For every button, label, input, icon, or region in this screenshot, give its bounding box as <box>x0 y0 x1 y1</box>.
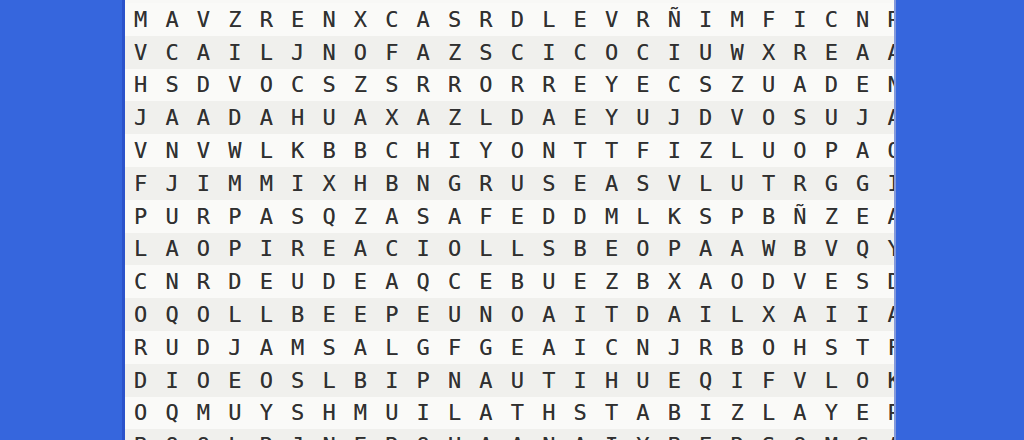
grid-cell-r6c21[interactable]: T <box>753 167 784 200</box>
grid-cell-r4c5[interactable]: A <box>251 101 282 134</box>
grid-cell-r7c4[interactable]: P <box>219 200 250 233</box>
grid-cell-r8c16[interactable]: E <box>596 233 627 266</box>
grid-cell-r5c8[interactable]: B <box>345 134 376 167</box>
grid-cell-r11c3[interactable]: D <box>188 331 219 364</box>
grid-cell-r5c16[interactable]: T <box>596 134 627 167</box>
grid-cell-r12c14[interactable]: T <box>533 364 564 397</box>
grid-cell-r7c11[interactable]: A <box>439 200 470 233</box>
grid-cell-r6c18[interactable]: V <box>659 167 690 200</box>
grid-cell-r10c6[interactable]: B <box>282 298 313 331</box>
grid-cell-r4c2[interactable]: A <box>156 101 187 134</box>
grid-cell-r6c19[interactable]: L <box>690 167 721 200</box>
grid-cell-r4c25[interactable]: A <box>878 101 896 134</box>
grid-cell-r2c16[interactable]: O <box>596 36 627 69</box>
grid-cell-r2c17[interactable]: C <box>627 36 658 69</box>
grid-cell-r10c1[interactable]: O <box>125 298 156 331</box>
grid-cell-r13c15[interactable]: S <box>564 397 595 430</box>
grid-cell-r1c16[interactable]: V <box>596 3 627 36</box>
grid-cell-r14c23[interactable]: M <box>816 429 847 440</box>
grid-cell-r4c23[interactable]: U <box>816 101 847 134</box>
grid-cell-r8c3[interactable]: O <box>188 233 219 266</box>
grid-cell-r6c23[interactable]: G <box>816 167 847 200</box>
grid-cell-r13c12[interactable]: A <box>470 397 501 430</box>
grid-cell-r9c3[interactable]: R <box>188 265 219 298</box>
grid-cell-r7c3[interactable]: R <box>188 200 219 233</box>
grid-cell-r9c8[interactable]: E <box>345 265 376 298</box>
grid-cell-r1c1[interactable]: M <box>125 3 156 36</box>
grid-cell-r3c9[interactable]: S <box>376 69 407 102</box>
grid-cell-r10c21[interactable]: X <box>753 298 784 331</box>
grid-cell-r3c12[interactable]: O <box>470 69 501 102</box>
grid-cell-r11c24[interactable]: T <box>847 331 878 364</box>
grid-cell-r9c9[interactable]: A <box>376 265 407 298</box>
grid-cell-r12c21[interactable]: F <box>753 364 784 397</box>
grid-cell-r6c17[interactable]: S <box>627 167 658 200</box>
grid-cell-r4c22[interactable]: S <box>784 101 815 134</box>
grid-cell-r10c11[interactable]: U <box>439 298 470 331</box>
grid-cell-r12c18[interactable]: E <box>659 364 690 397</box>
grid-cell-r8c23[interactable]: V <box>816 233 847 266</box>
grid-cell-r3c22[interactable]: A <box>784 69 815 102</box>
grid-cell-r4c1[interactable]: J <box>125 101 156 134</box>
grid-cell-r6c1[interactable]: F <box>125 167 156 200</box>
grid-cell-r11c7[interactable]: S <box>313 331 344 364</box>
grid-cell-r9c23[interactable]: E <box>816 265 847 298</box>
grid-cell-r11c23[interactable]: S <box>816 331 847 364</box>
grid-cell-r12c17[interactable]: U <box>627 364 658 397</box>
grid-cell-r5c25[interactable]: Q <box>878 134 896 167</box>
grid-cell-r1c14[interactable]: L <box>533 3 564 36</box>
grid-cell-r1c17[interactable]: R <box>627 3 658 36</box>
grid-cell-r7c6[interactable]: S <box>282 200 313 233</box>
grid-cell-r14c8[interactable]: E <box>345 429 376 440</box>
grid-cell-r13c25[interactable]: P <box>878 397 896 430</box>
grid-cell-r4c18[interactable]: J <box>659 101 690 134</box>
grid-cell-r9c5[interactable]: E <box>251 265 282 298</box>
grid-cell-r13c18[interactable]: B <box>659 397 690 430</box>
grid-cell-r6c20[interactable]: U <box>721 167 752 200</box>
grid-cell-r4c21[interactable]: O <box>753 101 784 134</box>
grid-cell-r13c16[interactable]: T <box>596 397 627 430</box>
grid-cell-r1c12[interactable]: R <box>470 3 501 36</box>
grid-cell-r3c3[interactable]: D <box>188 69 219 102</box>
grid-cell-r5c13[interactable]: O <box>502 134 533 167</box>
grid-cell-r5c12[interactable]: Y <box>470 134 501 167</box>
grid-cell-r10c23[interactable]: I <box>816 298 847 331</box>
grid-cell-r2c9[interactable]: F <box>376 36 407 69</box>
grid-cell-r11c21[interactable]: O <box>753 331 784 364</box>
grid-cell-r4c12[interactable]: L <box>470 101 501 134</box>
grid-cell-r2c1[interactable]: V <box>125 36 156 69</box>
grid-cell-r8c7[interactable]: E <box>313 233 344 266</box>
grid-cell-r5c22[interactable]: O <box>784 134 815 167</box>
grid-cell-r5c19[interactable]: Z <box>690 134 721 167</box>
grid-cell-r4c19[interactable]: D <box>690 101 721 134</box>
grid-cell-r13c11[interactable]: L <box>439 397 470 430</box>
grid-cell-r13c2[interactable]: Q <box>156 397 187 430</box>
grid-cell-r6c7[interactable]: X <box>313 167 344 200</box>
grid-cell-r9c7[interactable]: D <box>313 265 344 298</box>
grid-cell-r9c15[interactable]: E <box>564 265 595 298</box>
grid-cell-r4c24[interactable]: J <box>847 101 878 134</box>
grid-cell-r8c22[interactable]: B <box>784 233 815 266</box>
grid-cell-r2c18[interactable]: I <box>659 36 690 69</box>
grid-cell-r14c5[interactable]: R <box>251 429 282 440</box>
grid-cell-r1c25[interactable]: R <box>878 3 896 36</box>
grid-cell-r6c12[interactable]: R <box>470 167 501 200</box>
grid-cell-r2c25[interactable]: A <box>878 36 896 69</box>
grid-cell-r1c24[interactable]: N <box>847 3 878 36</box>
grid-cell-r2c4[interactable]: I <box>219 36 250 69</box>
grid-cell-r9c2[interactable]: N <box>156 265 187 298</box>
grid-cell-r5c2[interactable]: N <box>156 134 187 167</box>
grid-cell-r14c4[interactable]: L <box>219 429 250 440</box>
grid-cell-r2c8[interactable]: O <box>345 36 376 69</box>
grid-cell-r14c15[interactable]: A <box>564 429 595 440</box>
grid-cell-r10c8[interactable]: E <box>345 298 376 331</box>
grid-cell-r7c16[interactable]: M <box>596 200 627 233</box>
grid-cell-r4c8[interactable]: A <box>345 101 376 134</box>
grid-cell-r10c16[interactable]: T <box>596 298 627 331</box>
grid-cell-r8c12[interactable]: L <box>470 233 501 266</box>
grid-cell-r1c3[interactable]: V <box>188 3 219 36</box>
grid-cell-r12c5[interactable]: O <box>251 364 282 397</box>
grid-cell-r6c11[interactable]: G <box>439 167 470 200</box>
grid-cell-r2c19[interactable]: U <box>690 36 721 69</box>
grid-cell-r3c11[interactable]: R <box>439 69 470 102</box>
grid-cell-r12c22[interactable]: V <box>784 364 815 397</box>
grid-cell-r3c23[interactable]: D <box>816 69 847 102</box>
grid-cell-r6c14[interactable]: S <box>533 167 564 200</box>
grid-cell-r2c2[interactable]: C <box>156 36 187 69</box>
grid-cell-r3c16[interactable]: Y <box>596 69 627 102</box>
grid-cell-r6c3[interactable]: I <box>188 167 219 200</box>
grid-cell-r11c8[interactable]: A <box>345 331 376 364</box>
grid-cell-r6c4[interactable]: M <box>219 167 250 200</box>
grid-cell-r5c1[interactable]: V <box>125 134 156 167</box>
grid-cell-r11c14[interactable]: A <box>533 331 564 364</box>
grid-cell-r11c17[interactable]: N <box>627 331 658 364</box>
grid-cell-r9c18[interactable]: X <box>659 265 690 298</box>
grid-cell-r7c19[interactable]: S <box>690 200 721 233</box>
grid-cell-r10c7[interactable]: E <box>313 298 344 331</box>
grid-cell-r7c25[interactable]: A <box>878 200 896 233</box>
grid-cell-r14c6[interactable]: J <box>282 429 313 440</box>
grid-cell-r8c17[interactable]: O <box>627 233 658 266</box>
grid-cell-r4c7[interactable]: U <box>313 101 344 134</box>
grid-cell-r2c21[interactable]: X <box>753 36 784 69</box>
grid-cell-r14c20[interactable]: R <box>721 429 752 440</box>
grid-cell-r12c9[interactable]: I <box>376 364 407 397</box>
grid-cell-r10c12[interactable]: N <box>470 298 501 331</box>
grid-cell-r11c19[interactable]: R <box>690 331 721 364</box>
grid-cell-r7c8[interactable]: Z <box>345 200 376 233</box>
grid-cell-r4c14[interactable]: A <box>533 101 564 134</box>
grid-cell-r10c4[interactable]: L <box>219 298 250 331</box>
grid-cell-r10c13[interactable]: O <box>502 298 533 331</box>
grid-cell-r9c16[interactable]: Z <box>596 265 627 298</box>
grid-cell-r5c5[interactable]: L <box>251 134 282 167</box>
grid-cell-r8c5[interactable]: I <box>251 233 282 266</box>
grid-cell-r12c1[interactable]: D <box>125 364 156 397</box>
grid-cell-r11c11[interactable]: F <box>439 331 470 364</box>
grid-cell-r9c6[interactable]: U <box>282 265 313 298</box>
grid-cell-r1c4[interactable]: Z <box>219 3 250 36</box>
grid-cell-r5c6[interactable]: K <box>282 134 313 167</box>
grid-cell-r1c22[interactable]: I <box>784 3 815 36</box>
grid-cell-r13c8[interactable]: M <box>345 397 376 430</box>
grid-cell-r13c3[interactable]: M <box>188 397 219 430</box>
grid-cell-r1c11[interactable]: S <box>439 3 470 36</box>
grid-cell-r11c9[interactable]: L <box>376 331 407 364</box>
grid-cell-r11c5[interactable]: A <box>251 331 282 364</box>
grid-cell-r8c6[interactable]: R <box>282 233 313 266</box>
grid-cell-r3c15[interactable]: E <box>564 69 595 102</box>
grid-cell-r5c14[interactable]: N <box>533 134 564 167</box>
grid-cell-r8c11[interactable]: O <box>439 233 470 266</box>
grid-cell-r4c11[interactable]: Z <box>439 101 470 134</box>
grid-cell-r7c7[interactable]: Q <box>313 200 344 233</box>
grid-cell-r3c25[interactable]: N <box>878 69 896 102</box>
grid-cell-r3c7[interactable]: S <box>313 69 344 102</box>
grid-cell-r3c19[interactable]: S <box>690 69 721 102</box>
grid-cell-r2c15[interactable]: C <box>564 36 595 69</box>
grid-cell-r12c20[interactable]: I <box>721 364 752 397</box>
grid-cell-r14c14[interactable]: N <box>533 429 564 440</box>
grid-cell-r11c18[interactable]: J <box>659 331 690 364</box>
grid-cell-r11c16[interactable]: C <box>596 331 627 364</box>
grid-cell-r13c23[interactable]: Y <box>816 397 847 430</box>
grid-cell-r8c21[interactable]: W <box>753 233 784 266</box>
grid-cell-r5c3[interactable]: V <box>188 134 219 167</box>
grid-cell-r3c20[interactable]: Z <box>721 69 752 102</box>
grid-cell-r10c14[interactable]: A <box>533 298 564 331</box>
grid-cell-r9c11[interactable]: C <box>439 265 470 298</box>
grid-cell-r12c10[interactable]: P <box>408 364 439 397</box>
grid-cell-r9c19[interactable]: A <box>690 265 721 298</box>
grid-cell-r13c14[interactable]: H <box>533 397 564 430</box>
grid-cell-r9c17[interactable]: B <box>627 265 658 298</box>
grid-cell-r7c22[interactable]: Ñ <box>784 200 815 233</box>
grid-cell-r7c2[interactable]: U <box>156 200 187 233</box>
grid-cell-r9c14[interactable]: U <box>533 265 564 298</box>
grid-cell-r2c14[interactable]: I <box>533 36 564 69</box>
grid-cell-r2c20[interactable]: W <box>721 36 752 69</box>
grid-cell-r6c15[interactable]: E <box>564 167 595 200</box>
grid-cell-r12c3[interactable]: O <box>188 364 219 397</box>
grid-cell-r1c18[interactable]: Ñ <box>659 3 690 36</box>
grid-cell-r10c24[interactable]: I <box>847 298 878 331</box>
grid-cell-r5c7[interactable]: B <box>313 134 344 167</box>
grid-cell-r3c1[interactable]: H <box>125 69 156 102</box>
grid-cell-r14c17[interactable]: Y <box>627 429 658 440</box>
grid-cell-r8c19[interactable]: A <box>690 233 721 266</box>
grid-cell-r7c12[interactable]: F <box>470 200 501 233</box>
grid-cell-r3c2[interactable]: S <box>156 69 187 102</box>
grid-cell-r14c21[interactable]: S <box>753 429 784 440</box>
grid-cell-r7c14[interactable]: D <box>533 200 564 233</box>
grid-cell-r7c1[interactable]: P <box>125 200 156 233</box>
grid-cell-r13c9[interactable]: U <box>376 397 407 430</box>
grid-cell-r8c25[interactable]: Y <box>878 233 896 266</box>
grid-cell-r13c13[interactable]: T <box>502 397 533 430</box>
grid-cell-r6c9[interactable]: B <box>376 167 407 200</box>
grid-cell-r5c10[interactable]: H <box>408 134 439 167</box>
grid-cell-r10c17[interactable]: D <box>627 298 658 331</box>
grid-cell-r7c20[interactable]: P <box>721 200 752 233</box>
grid-cell-r14c3[interactable]: O <box>188 429 219 440</box>
grid-cell-r2c7[interactable]: N <box>313 36 344 69</box>
grid-cell-r12c13[interactable]: U <box>502 364 533 397</box>
grid-cell-r13c19[interactable]: I <box>690 397 721 430</box>
grid-cell-r10c18[interactable]: A <box>659 298 690 331</box>
grid-cell-r9c13[interactable]: B <box>502 265 533 298</box>
grid-cell-r13c6[interactable]: S <box>282 397 313 430</box>
grid-cell-r7c23[interactable]: Z <box>816 200 847 233</box>
grid-cell-r11c22[interactable]: H <box>784 331 815 364</box>
grid-cell-r3c21[interactable]: U <box>753 69 784 102</box>
grid-cell-r12c7[interactable]: L <box>313 364 344 397</box>
grid-cell-r8c1[interactable]: L <box>125 233 156 266</box>
grid-cell-r11c25[interactable]: F <box>878 331 896 364</box>
grid-cell-r12c6[interactable]: S <box>282 364 313 397</box>
grid-cell-r3c6[interactable]: C <box>282 69 313 102</box>
grid-cell-r6c10[interactable]: N <box>408 167 439 200</box>
grid-cell-r14c13[interactable]: A <box>502 429 533 440</box>
grid-cell-r2c12[interactable]: S <box>470 36 501 69</box>
grid-cell-r11c6[interactable]: M <box>282 331 313 364</box>
grid-cell-r4c9[interactable]: X <box>376 101 407 134</box>
grid-cell-r14c18[interactable]: B <box>659 429 690 440</box>
grid-cell-r11c20[interactable]: B <box>721 331 752 364</box>
grid-cell-r5c21[interactable]: U <box>753 134 784 167</box>
grid-cell-r6c13[interactable]: U <box>502 167 533 200</box>
grid-cell-r7c13[interactable]: E <box>502 200 533 233</box>
grid-cell-r7c9[interactable]: A <box>376 200 407 233</box>
grid-cell-r14c1[interactable]: B <box>125 429 156 440</box>
grid-cell-r6c6[interactable]: I <box>282 167 313 200</box>
grid-cell-r8c4[interactable]: P <box>219 233 250 266</box>
grid-cell-r14c24[interactable]: S <box>847 429 878 440</box>
grid-cell-r6c24[interactable]: G <box>847 167 878 200</box>
grid-cell-r6c16[interactable]: A <box>596 167 627 200</box>
grid-cell-r12c4[interactable]: E <box>219 364 250 397</box>
grid-cell-r7c21[interactable]: B <box>753 200 784 233</box>
grid-cell-r9c24[interactable]: S <box>847 265 878 298</box>
grid-cell-r8c8[interactable]: A <box>345 233 376 266</box>
grid-cell-r10c3[interactable]: O <box>188 298 219 331</box>
grid-cell-r12c8[interactable]: B <box>345 364 376 397</box>
grid-cell-r9c22[interactable]: V <box>784 265 815 298</box>
grid-cell-r10c25[interactable]: A <box>878 298 896 331</box>
grid-cell-r14c7[interactable]: N <box>313 429 344 440</box>
grid-cell-r7c18[interactable]: K <box>659 200 690 233</box>
grid-cell-r2c3[interactable]: A <box>188 36 219 69</box>
grid-cell-r7c17[interactable]: L <box>627 200 658 233</box>
grid-cell-r7c24[interactable]: E <box>847 200 878 233</box>
grid-cell-r11c13[interactable]: E <box>502 331 533 364</box>
grid-cell-r5c9[interactable]: C <box>376 134 407 167</box>
grid-cell-r13c4[interactable]: U <box>219 397 250 430</box>
grid-cell-r11c12[interactable]: G <box>470 331 501 364</box>
grid-cell-r9c20[interactable]: O <box>721 265 752 298</box>
grid-cell-r1c15[interactable]: E <box>564 3 595 36</box>
grid-cell-r4c6[interactable]: H <box>282 101 313 134</box>
grid-cell-r4c16[interactable]: Y <box>596 101 627 134</box>
grid-cell-r11c15[interactable]: I <box>564 331 595 364</box>
grid-cell-r5c11[interactable]: I <box>439 134 470 167</box>
grid-cell-r6c25[interactable]: I <box>878 167 896 200</box>
grid-cell-r10c19[interactable]: I <box>690 298 721 331</box>
grid-cell-r13c24[interactable]: E <box>847 397 878 430</box>
grid-cell-r3c5[interactable]: O <box>251 69 282 102</box>
grid-cell-r14c11[interactable]: H <box>439 429 470 440</box>
grid-cell-r12c15[interactable]: I <box>564 364 595 397</box>
grid-cell-r13c22[interactable]: A <box>784 397 815 430</box>
grid-cell-r7c15[interactable]: D <box>564 200 595 233</box>
grid-cell-r14c25[interactable]: A <box>878 429 896 440</box>
grid-cell-r3c13[interactable]: R <box>502 69 533 102</box>
grid-cell-r3c24[interactable]: E <box>847 69 878 102</box>
grid-cell-r2c6[interactable]: J <box>282 36 313 69</box>
grid-cell-r14c2[interactable]: O <box>156 429 187 440</box>
grid-cell-r8c18[interactable]: P <box>659 233 690 266</box>
grid-cell-r9c4[interactable]: D <box>219 265 250 298</box>
grid-cell-r6c8[interactable]: H <box>345 167 376 200</box>
grid-cell-r1c10[interactable]: A <box>408 3 439 36</box>
grid-cell-r12c12[interactable]: A <box>470 364 501 397</box>
grid-cell-r11c1[interactable]: R <box>125 331 156 364</box>
grid-cell-r11c10[interactable]: G <box>408 331 439 364</box>
grid-cell-r13c10[interactable]: I <box>408 397 439 430</box>
grid-cell-r12c24[interactable]: O <box>847 364 878 397</box>
grid-cell-r4c10[interactable]: A <box>408 101 439 134</box>
grid-cell-r10c5[interactable]: L <box>251 298 282 331</box>
grid-cell-r11c2[interactable]: U <box>156 331 187 364</box>
grid-cell-r2c5[interactable]: L <box>251 36 282 69</box>
grid-cell-r13c5[interactable]: Y <box>251 397 282 430</box>
grid-cell-r9c21[interactable]: D <box>753 265 784 298</box>
grid-cell-r2c13[interactable]: C <box>502 36 533 69</box>
grid-cell-r13c21[interactable]: L <box>753 397 784 430</box>
grid-cell-r3c4[interactable]: V <box>219 69 250 102</box>
grid-cell-r14c9[interactable]: R <box>376 429 407 440</box>
grid-cell-r3c17[interactable]: E <box>627 69 658 102</box>
grid-cell-r10c2[interactable]: Q <box>156 298 187 331</box>
grid-cell-r13c20[interactable]: Z <box>721 397 752 430</box>
grid-cell-r1c2[interactable]: A <box>156 3 187 36</box>
grid-cell-r13c17[interactable]: A <box>627 397 658 430</box>
grid-cell-r12c19[interactable]: Q <box>690 364 721 397</box>
grid-cell-r6c2[interactable]: J <box>156 167 187 200</box>
grid-cell-r1c13[interactable]: D <box>502 3 533 36</box>
grid-cell-r12c25[interactable]: K <box>878 364 896 397</box>
grid-cell-r4c3[interactable]: A <box>188 101 219 134</box>
grid-cell-r2c11[interactable]: Z <box>439 36 470 69</box>
grid-cell-r4c17[interactable]: U <box>627 101 658 134</box>
grid-cell-r6c22[interactable]: R <box>784 167 815 200</box>
grid-cell-r7c10[interactable]: S <box>408 200 439 233</box>
grid-cell-r10c20[interactable]: L <box>721 298 752 331</box>
grid-cell-r1c19[interactable]: I <box>690 3 721 36</box>
grid-cell-r3c10[interactable]: R <box>408 69 439 102</box>
grid-cell-r8c20[interactable]: A <box>721 233 752 266</box>
grid-cell-r12c23[interactable]: L <box>816 364 847 397</box>
grid-cell-r12c11[interactable]: N <box>439 364 470 397</box>
grid-cell-r9c25[interactable]: D <box>878 265 896 298</box>
grid-cell-r2c24[interactable]: A <box>847 36 878 69</box>
grid-cell-r8c24[interactable]: Q <box>847 233 878 266</box>
